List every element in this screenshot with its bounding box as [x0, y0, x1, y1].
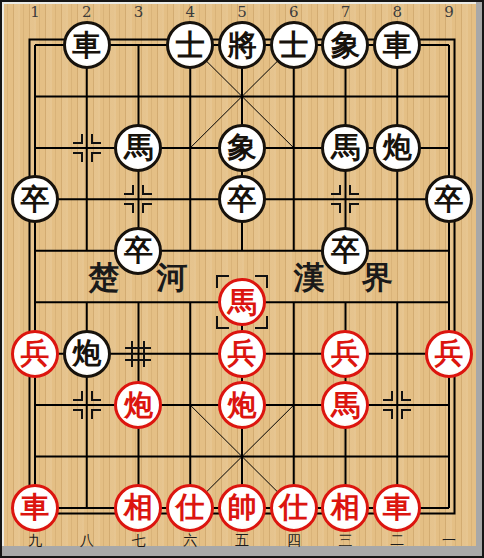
piece-red-soldier[interactable]: 兵 [321, 330, 369, 378]
piece-black-elephant[interactable]: 象 [218, 124, 266, 172]
file-label-top: 4 [185, 3, 195, 21]
piece-red-soldier[interactable]: 兵 [11, 330, 59, 378]
piece-red-soldier[interactable]: 兵 [218, 330, 266, 378]
file-label-bottom: 九 [28, 532, 42, 550]
piece-red-elephant[interactable]: 相 [114, 484, 162, 532]
file-label-bottom: 一 [442, 532, 456, 550]
file-label-top: 5 [237, 3, 247, 21]
board-grid[interactable]: 車士將士象車馬象馬炮卒卒卒卒卒馬兵炮兵兵兵炮炮馬車相仕帥仕相車 [9, 19, 475, 533]
file-label-top: 2 [82, 3, 92, 21]
piece-black-advisor[interactable]: 士 [270, 21, 318, 69]
piece-red-chariot[interactable]: 車 [373, 484, 421, 532]
file-label-top: 9 [444, 3, 454, 21]
piece-red-elephant[interactable]: 相 [321, 484, 369, 532]
piece-black-cannon[interactable]: 炮 [373, 124, 421, 172]
file-label-bottom: 六 [183, 532, 197, 550]
piece-black-soldier[interactable]: 卒 [114, 227, 162, 275]
piece-red-advisor[interactable]: 仕 [270, 484, 318, 532]
piece-black-elephant[interactable]: 象 [321, 21, 369, 69]
piece-red-horse[interactable]: 馬 [321, 381, 369, 429]
file-label-bottom: 四 [287, 532, 301, 550]
piece-black-cannon[interactable]: 炮 [63, 330, 111, 378]
file-label-bottom: 二 [390, 532, 404, 550]
piece-red-cannon[interactable]: 炮 [114, 381, 162, 429]
file-label-bottom: 五 [235, 532, 249, 550]
file-label-top: 7 [341, 3, 351, 21]
piece-black-chariot[interactable]: 車 [63, 21, 111, 69]
piece-black-general[interactable]: 將 [218, 21, 266, 69]
file-label-top: 6 [289, 3, 299, 21]
piece-red-chariot[interactable]: 車 [11, 484, 59, 532]
piece-black-advisor[interactable]: 士 [166, 21, 214, 69]
piece-red-soldier[interactable]: 兵 [425, 330, 473, 378]
xiangqi-board-window: 楚 河 漢 界 車士將士象車馬象馬炮卒卒卒卒卒馬兵炮兵兵兵炮炮馬車相仕帥仕相車 … [0, 0, 484, 558]
file-label-bottom: 三 [339, 532, 353, 550]
file-label-top: 8 [392, 3, 402, 21]
piece-black-horse[interactable]: 馬 [321, 124, 369, 172]
piece-black-horse[interactable]: 馬 [114, 124, 162, 172]
piece-black-soldier[interactable]: 卒 [425, 175, 473, 223]
file-label-bottom: 七 [132, 532, 146, 550]
file-label-top: 3 [134, 3, 144, 21]
piece-red-general[interactable]: 帥 [218, 484, 266, 532]
piece-black-chariot[interactable]: 車 [373, 21, 421, 69]
piece-red-cannon[interactable]: 炮 [218, 381, 266, 429]
piece-black-soldier[interactable]: 卒 [218, 175, 266, 223]
file-label-bottom: 八 [80, 532, 94, 550]
file-label-top: 1 [30, 3, 40, 21]
piece-red-horse[interactable]: 馬 [218, 278, 266, 326]
piece-black-soldier[interactable]: 卒 [321, 227, 369, 275]
piece-black-soldier[interactable]: 卒 [11, 175, 59, 223]
piece-red-advisor[interactable]: 仕 [166, 484, 214, 532]
